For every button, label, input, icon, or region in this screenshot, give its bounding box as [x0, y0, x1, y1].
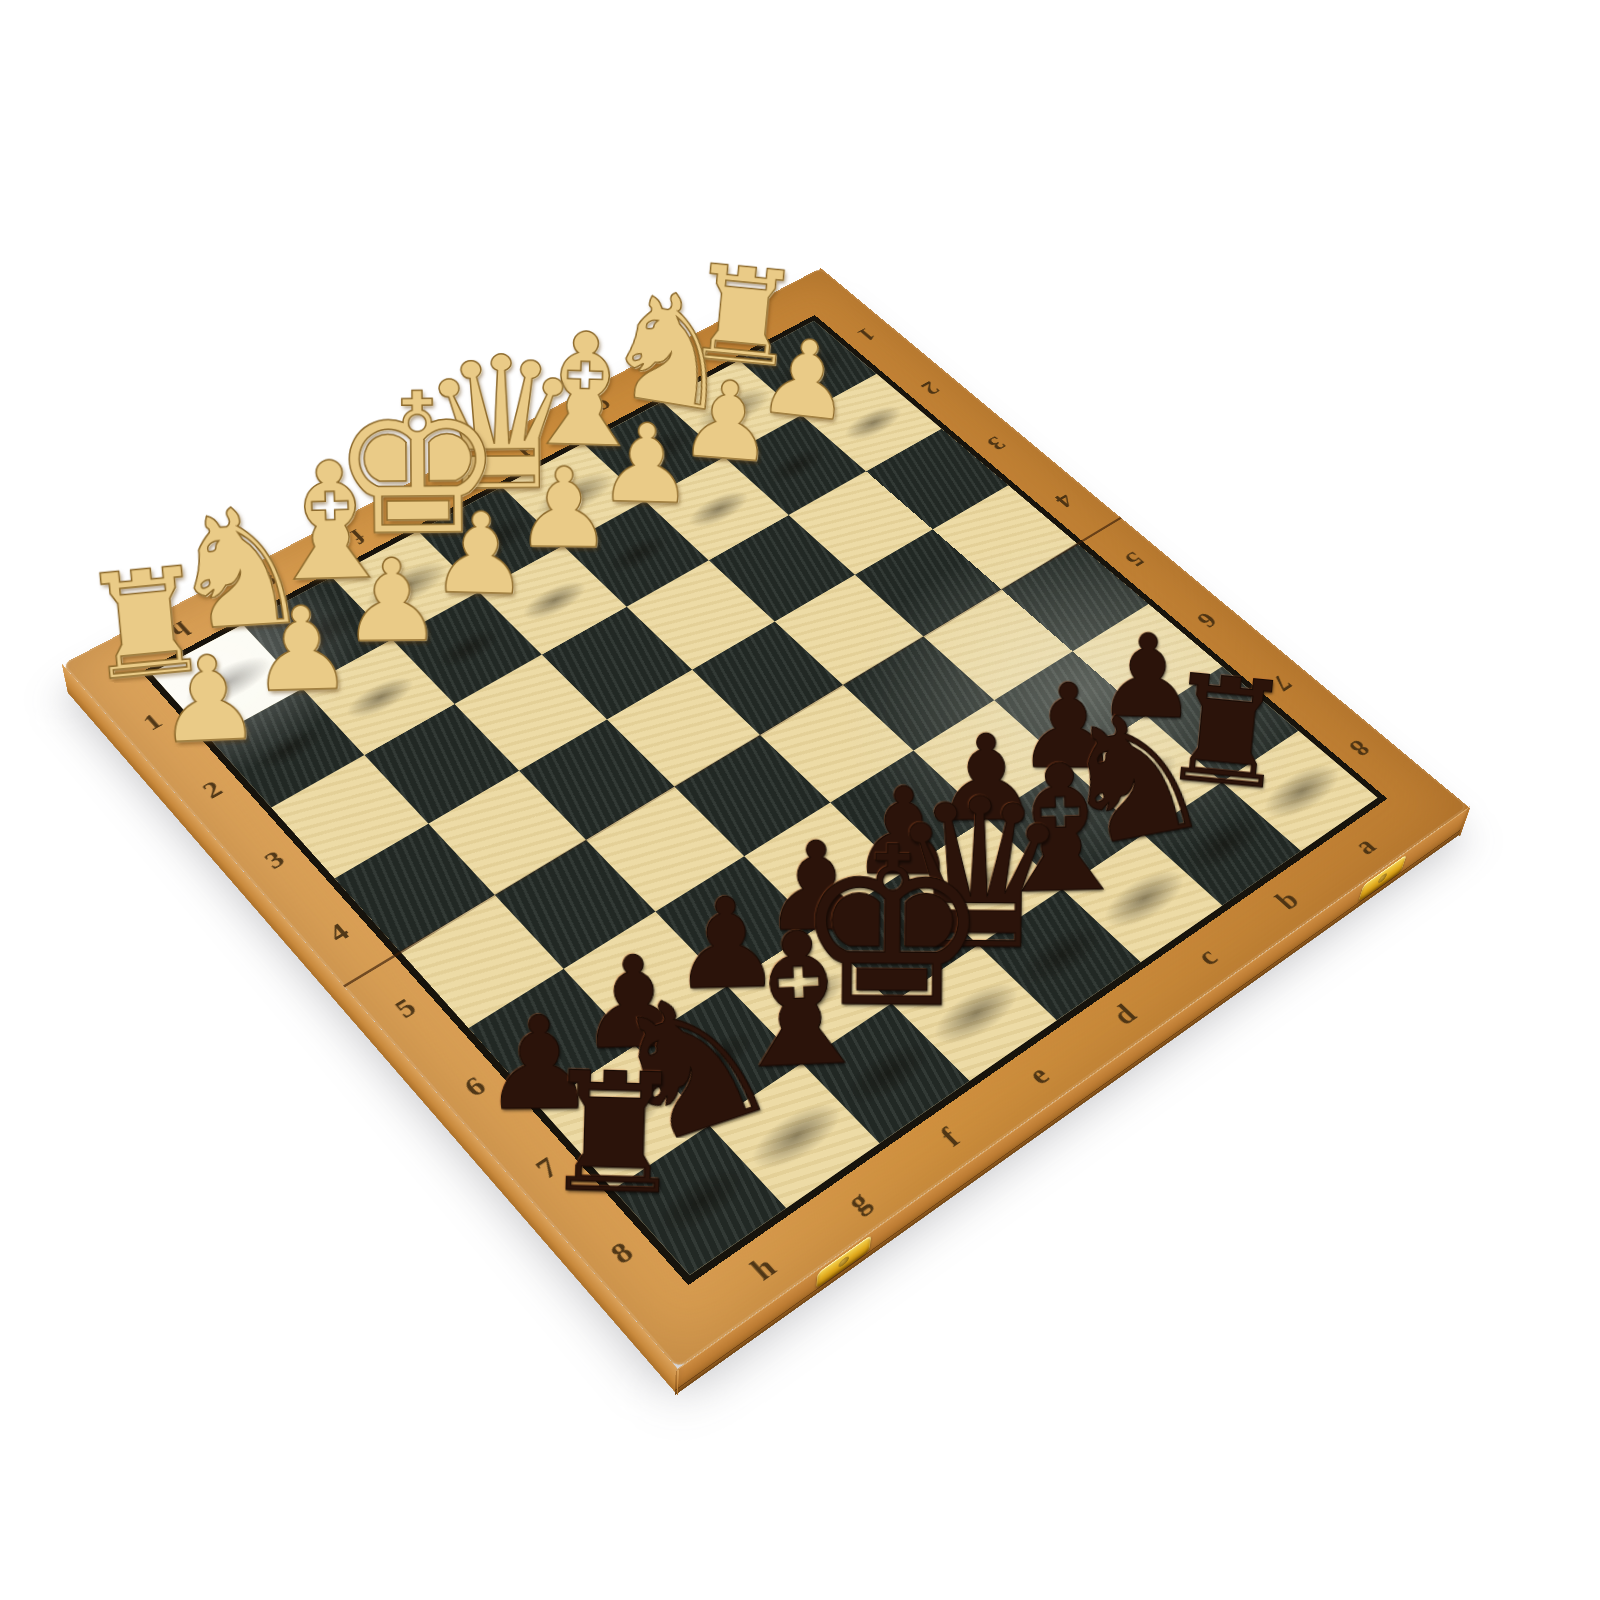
- chess-board: ♜︎♞︎♝︎♚︎♛︎♝︎♞︎♜︎♟︎♟︎♟︎♟︎♟︎♟︎♟︎♟︎♟︎♟︎♟︎♟︎…: [62, 268, 1468, 1369]
- black-rook[interactable]: ♜︎: [488, 1048, 741, 1219]
- white-pawn[interactable]: ♟︎: [95, 636, 322, 763]
- product-photo: ♜︎♞︎♝︎♚︎♛︎♝︎♞︎♜︎♟︎♟︎♟︎♟︎♟︎♟︎♟︎♟︎♟︎♟︎♟︎♟︎…: [0, 0, 1600, 1600]
- squares-grid: ♜︎♞︎♝︎♚︎♛︎♝︎♞︎♜︎♟︎♟︎♟︎♟︎♟︎♟︎♟︎♟︎♟︎♟︎♟︎♟︎…: [151, 321, 1377, 1275]
- playing-field: ♜︎♞︎♝︎♚︎♛︎♝︎♞︎♜︎♟︎♟︎♟︎♟︎♟︎♟︎♟︎♟︎♟︎♟︎♟︎♟︎…: [141, 315, 1387, 1285]
